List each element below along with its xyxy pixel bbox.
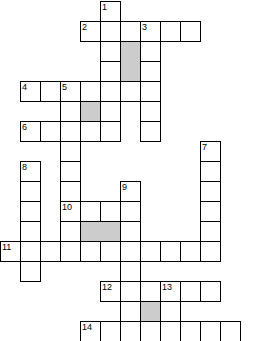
grid-cell[interactable]	[100, 61, 121, 82]
grid-cell[interactable]	[200, 181, 221, 202]
grid-cell[interactable]	[60, 81, 81, 102]
grid-cell[interactable]	[100, 81, 121, 102]
grid-cell[interactable]	[200, 221, 221, 242]
grid-cell[interactable]	[160, 281, 181, 302]
grid-cell[interactable]	[80, 241, 101, 262]
grid-cell[interactable]	[140, 101, 161, 122]
grid-cell[interactable]	[120, 321, 141, 341]
grid-cell[interactable]	[80, 121, 101, 142]
grid-cell[interactable]	[220, 321, 241, 341]
grid-cell[interactable]	[60, 161, 81, 182]
grid-cell[interactable]	[100, 21, 121, 42]
grid-cell[interactable]	[160, 21, 181, 42]
grid-cell[interactable]	[20, 221, 41, 242]
grid-cell[interactable]	[120, 301, 141, 322]
grid-cell[interactable]	[200, 201, 221, 222]
crossword-board: 1234567891011121314	[0, 1, 261, 341]
grid-cell[interactable]	[20, 261, 41, 282]
grid-cell[interactable]	[160, 321, 181, 341]
grid-cell[interactable]	[140, 281, 161, 302]
grid-cell[interactable]	[20, 161, 41, 182]
grid-cell[interactable]	[80, 321, 101, 341]
grid-cell[interactable]	[200, 141, 221, 162]
grid-cell[interactable]	[80, 81, 101, 102]
grid-cell[interactable]	[120, 201, 141, 222]
grid-cell[interactable]	[60, 201, 81, 222]
grid-cell[interactable]	[100, 321, 121, 341]
grid-cell[interactable]	[120, 221, 141, 242]
grid-cell[interactable]	[40, 241, 61, 262]
grid-cell[interactable]	[200, 281, 221, 302]
grid-cell[interactable]	[60, 241, 81, 262]
grid-cell[interactable]	[140, 121, 161, 142]
grid-cell[interactable]	[100, 101, 121, 122]
grid-cell[interactable]	[0, 241, 21, 262]
grid-cell[interactable]	[120, 21, 141, 42]
grid-cell[interactable]	[60, 101, 81, 122]
grid-cell[interactable]	[120, 241, 141, 262]
grid-cell[interactable]	[100, 241, 121, 262]
grid-cell[interactable]	[180, 21, 201, 42]
grid-cell[interactable]	[100, 41, 121, 62]
grid-cell[interactable]	[20, 181, 41, 202]
grid-cell[interactable]	[140, 61, 161, 82]
grid-cell[interactable]	[20, 81, 41, 102]
grid-cell[interactable]	[40, 121, 61, 142]
grid-cell[interactable]	[60, 121, 81, 142]
grid-cell[interactable]	[120, 181, 141, 202]
grid-cell[interactable]	[60, 141, 81, 162]
grid-cell[interactable]	[80, 201, 101, 222]
grid-cell[interactable]	[100, 201, 121, 222]
grid-cell[interactable]	[120, 281, 141, 302]
grid-cell[interactable]	[60, 181, 81, 202]
shaded-cell	[120, 41, 141, 82]
shaded-cell	[140, 301, 161, 322]
shaded-cell	[80, 221, 121, 242]
grid-cell[interactable]	[120, 261, 141, 282]
grid-cell[interactable]	[200, 241, 221, 262]
grid-cell[interactable]	[180, 321, 201, 341]
grid-cell[interactable]	[100, 281, 121, 302]
shaded-cell	[80, 101, 101, 122]
crossword-puzzle: 1234567891011121314	[0, 0, 261, 341]
grid-cell[interactable]	[80, 21, 101, 42]
grid-cell[interactable]	[140, 21, 161, 42]
grid-cell[interactable]	[160, 241, 181, 262]
grid-cell[interactable]	[180, 281, 201, 302]
grid-cell[interactable]	[160, 301, 181, 322]
grid-cell[interactable]	[100, 121, 121, 142]
grid-cell[interactable]	[20, 201, 41, 222]
grid-cell[interactable]	[120, 81, 141, 102]
grid-cell[interactable]	[200, 321, 221, 341]
grid-cell[interactable]	[100, 1, 121, 22]
grid-cell[interactable]	[40, 81, 61, 102]
grid-cell[interactable]	[180, 241, 201, 262]
grid-cell[interactable]	[140, 241, 161, 262]
grid-cell[interactable]	[20, 241, 41, 262]
grid-cell[interactable]	[140, 321, 161, 341]
grid-cell[interactable]	[20, 121, 41, 142]
grid-cell[interactable]	[200, 161, 221, 182]
grid-cell[interactable]	[140, 81, 161, 102]
grid-cell[interactable]	[60, 221, 81, 242]
grid-cell[interactable]	[140, 41, 161, 62]
